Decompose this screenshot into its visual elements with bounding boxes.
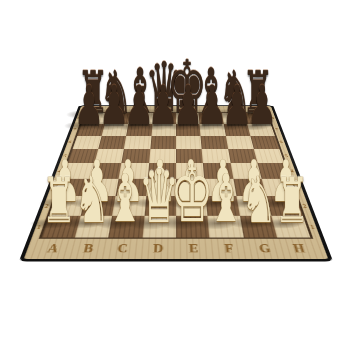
- piece-white-knight-g1[interactable]: ♞︎: [241, 168, 277, 232]
- pieces-layer: ♜︎♞︎♝︎♛︎♚︎♝︎♞︎♜︎♟︎♟︎♟︎♟︎♟︎♟︎♟︎♟︎♟︎♟︎♟︎♟︎…: [0, 0, 350, 350]
- piece-black-pawn-h7[interactable]: ♟︎: [247, 79, 277, 133]
- piece-white-rook-a1[interactable]: ♜︎: [42, 170, 76, 232]
- piece-white-knight-b1[interactable]: ♞︎: [74, 168, 110, 232]
- piece-white-bishop-f1[interactable]: ♝︎: [207, 166, 244, 232]
- piece-white-rook-h1[interactable]: ♜︎: [275, 170, 309, 232]
- chess-game-scene: ABCDEFGH ABCDEFGH 87654321 87654321 ♜︎♞︎…: [0, 0, 350, 350]
